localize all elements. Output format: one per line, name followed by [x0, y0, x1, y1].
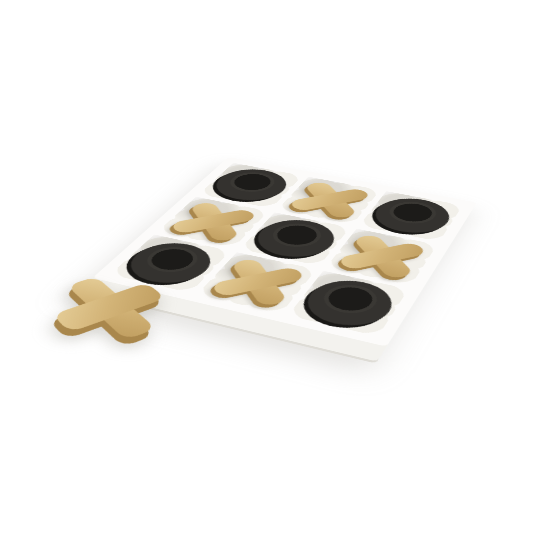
- loose-piece-x[interactable]: ✕: [40, 271, 175, 347]
- loose-piece-area: ✕: [40, 271, 175, 347]
- product-photo-stage: ◯✕◯✕◯✕◯✕◯ ✕: [0, 0, 533, 533]
- piece-o[interactable]: ◯: [294, 274, 402, 333]
